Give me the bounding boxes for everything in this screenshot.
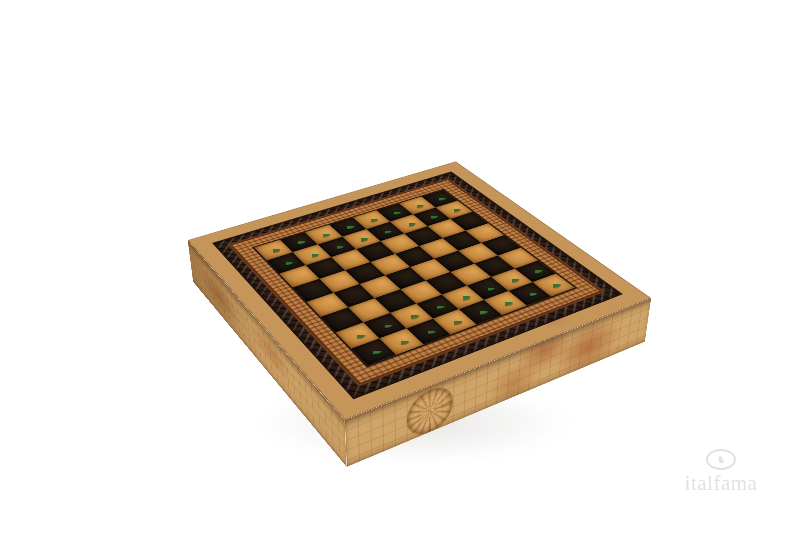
piece-glyph: ♜ [348, 298, 398, 354]
knight-icon: ♞ [717, 455, 726, 465]
brand-name: italfama [676, 471, 766, 496]
board-top: ♜♟♟♜♞♟♟♞♝♟♟♝♚♟♟♚♛♟♟♛♝♟♟♝♞♟♟♞♜♟♟♜ [188, 161, 652, 420]
chess-box: ♜♟♟♜♞♟♟♞♝♟♟♝♚♟♟♚♛♟♟♛♝♟♟♝♞♟♟♞♜♟♟♜ [188, 161, 652, 420]
product-photo: ♜♟♟♜♞♟♟♞♝♟♟♝♚♟♟♚♛♟♟♛♝♟♟♝♞♟♟♞♜♟♟♜ ♞ italf… [0, 0, 800, 547]
brand-logo-icon: ♞ [706, 449, 736, 470]
watermark: ♞ italfama [676, 449, 766, 496]
piece-glyph: ♟ [268, 224, 304, 264]
